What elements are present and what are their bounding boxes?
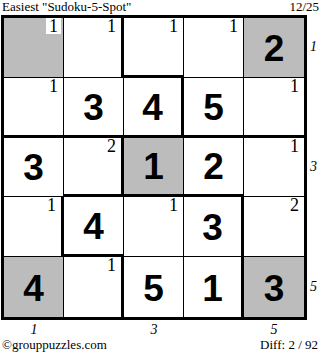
cell-r1c4[interactable]: 1 (184, 18, 244, 78)
cell-value: 3 (202, 209, 223, 246)
pencil-mark: 1 (46, 78, 61, 94)
puzzle-counter: 12/25 (289, 0, 319, 14)
pencil-mark: 1 (44, 197, 59, 213)
cell-r5c2[interactable]: 1 (64, 257, 124, 317)
cell-r4c4[interactable]: 3 (184, 197, 244, 257)
cell-r2c4[interactable]: 5 (184, 78, 244, 138)
pencil-mark: 1 (287, 78, 302, 94)
puzzle-page: Easiest "Sudoku-5-Spot" 12/25 1111213451… (0, 0, 320, 355)
row-label-1: 1 (310, 40, 320, 54)
cell-r4c3[interactable]: 1 (124, 197, 184, 257)
cell-value: 4 (23, 270, 44, 307)
cell-value: 4 (142, 89, 163, 126)
cell-r2c5[interactable]: 1 (244, 78, 304, 138)
cell-r3c2[interactable]: 2 (64, 138, 124, 198)
cell-value: 3 (83, 89, 104, 126)
cell-r2c1[interactable]: 1 (4, 78, 64, 138)
sudoku-board: 1111213451321211413241513 (1, 15, 307, 320)
cell-r1c1[interactable]: 1 (4, 18, 64, 78)
cell-r4c5[interactable]: 2 (244, 197, 304, 257)
cell-value: 5 (143, 270, 164, 307)
cell-r3c1[interactable]: 3 (4, 138, 64, 198)
copyright-text: ©grouppuzzles.com (2, 337, 107, 353)
cell-r4c2[interactable]: 4 (64, 197, 124, 257)
cell-r1c3[interactable]: 1 (124, 18, 184, 78)
cell-value: 1 (202, 270, 223, 307)
footer: ©grouppuzzles.com Diff: 2 / 92 (2, 337, 318, 353)
cell-value: 2 (203, 148, 224, 185)
cell-value: 2 (264, 30, 285, 67)
cell-value: 4 (83, 208, 104, 245)
cell-r3c3[interactable]: 1 (124, 138, 184, 198)
row-label-3: 3 (310, 160, 320, 174)
cell-r2c3[interactable]: 4 (124, 78, 184, 138)
pencil-mark: 2 (104, 138, 119, 154)
cell-value: 3 (23, 149, 44, 186)
pencil-mark: 1 (287, 138, 302, 154)
cell-r1c5[interactable]: 2 (244, 18, 304, 78)
pencil-mark: 1 (166, 197, 181, 213)
pencil-mark: 2 (287, 197, 302, 213)
pencil-mark: 1 (226, 18, 241, 34)
cell-r5c5[interactable]: 3 (244, 257, 304, 317)
col-label-5: 5 (264, 323, 284, 337)
row-label-5: 5 (310, 280, 320, 294)
cell-r5c4[interactable]: 1 (184, 257, 244, 317)
difficulty-text: Diff: 2 / 92 (260, 337, 318, 353)
puzzle-title: Easiest "Sudoku-5-Spot" (2, 0, 131, 14)
cell-r3c5[interactable]: 1 (244, 138, 304, 198)
cell-r5c3[interactable]: 5 (124, 257, 184, 317)
cell-r5c1[interactable]: 4 (4, 257, 64, 317)
cell-r3c4[interactable]: 2 (184, 138, 244, 198)
pencil-mark: 1 (166, 18, 181, 34)
cell-value: 1 (143, 148, 164, 185)
cell-r1c2[interactable]: 1 (64, 18, 124, 78)
cell-r2c2[interactable]: 3 (64, 78, 124, 138)
cell-value: 3 (264, 270, 285, 307)
header: Easiest "Sudoku-5-Spot" 12/25 (2, 0, 319, 15)
col-label-3: 3 (144, 323, 164, 337)
pencil-mark: 1 (104, 257, 119, 273)
cell-value: 5 (203, 89, 224, 126)
pencil-mark: 1 (46, 18, 61, 34)
pencil-mark: 1 (104, 18, 119, 34)
col-label-1: 1 (24, 323, 44, 337)
cell-r4c1[interactable]: 1 (4, 197, 64, 257)
